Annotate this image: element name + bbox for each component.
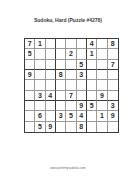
sudoku-sheet: Sudoku, Hard (Puzzle #4278) 714852157983… <box>0 0 136 176</box>
sudoku-cell-r2c7: 1 <box>87 49 97 59</box>
sudoku-cell-r7c7: 5 <box>87 101 97 111</box>
sudoku-cell-r4c9 <box>108 70 118 80</box>
sudoku-cell-r3c9: 7 <box>108 60 118 70</box>
sudoku-cell-r8c5: 5 <box>66 111 76 121</box>
puzzle-title: Sudoku, Hard (Puzzle #4278) <box>0 17 136 23</box>
sudoku-cell-r1c6 <box>77 39 87 49</box>
sudoku-cell-r9c4 <box>56 122 66 132</box>
sudoku-cell-r4c3 <box>46 70 56 80</box>
sudoku-cell-r3c7 <box>87 60 97 70</box>
sudoku-cell-r3c3 <box>46 60 56 70</box>
sudoku-grid: 7148521579833479953635419598 <box>24 38 119 133</box>
sudoku-cell-r1c1: 7 <box>25 39 35 49</box>
sudoku-cell-r6c4 <box>56 91 66 101</box>
sudoku-cell-r9c9 <box>108 122 118 132</box>
sudoku-cell-r8c6: 4 <box>77 111 87 121</box>
sudoku-cell-r8c3 <box>46 111 56 121</box>
sudoku-cell-r6c8: 9 <box>97 91 107 101</box>
sudoku-cell-r5c7 <box>87 80 97 90</box>
sudoku-cell-r1c2: 1 <box>35 39 45 49</box>
sudoku-cell-r5c1 <box>25 80 35 90</box>
sudoku-cell-r5c9 <box>108 80 118 90</box>
sudoku-cell-r6c1 <box>25 91 35 101</box>
sudoku-cell-r9c5 <box>66 122 76 132</box>
sudoku-cell-r8c4: 3 <box>56 111 66 121</box>
sudoku-cell-r4c1: 9 <box>25 70 35 80</box>
sudoku-cell-r5c5 <box>66 80 76 90</box>
sudoku-cell-r3c1 <box>25 60 35 70</box>
sudoku-cell-r8c9: 9 <box>108 111 118 121</box>
sudoku-cell-r5c6 <box>77 80 87 90</box>
sudoku-cell-r6c2: 3 <box>35 91 45 101</box>
sudoku-cell-r8c2: 6 <box>35 111 45 121</box>
sudoku-cell-r5c4 <box>56 80 66 90</box>
sudoku-cell-r2c5: 2 <box>66 49 76 59</box>
sudoku-cell-r3c5 <box>66 60 76 70</box>
sudoku-cell-r6c3: 4 <box>46 91 56 101</box>
sudoku-cell-r7c8 <box>97 101 107 111</box>
sudoku-cell-r5c2 <box>35 80 45 90</box>
sudoku-cell-r7c5 <box>66 101 76 111</box>
sudoku-cell-r5c8 <box>97 80 107 90</box>
sudoku-cell-r1c3 <box>46 39 56 49</box>
footer-url: www.printmysudoku.com <box>14 166 123 170</box>
sudoku-cell-r7c6: 9 <box>77 101 87 111</box>
sudoku-cell-r7c1 <box>25 101 35 111</box>
sudoku-cell-r4c4: 8 <box>56 70 66 80</box>
sudoku-cell-r4c8 <box>97 70 107 80</box>
sudoku-cell-r2c9 <box>108 49 118 59</box>
sudoku-cell-r3c8 <box>97 60 107 70</box>
sudoku-cell-r7c4 <box>56 101 66 111</box>
sudoku-cell-r7c2 <box>35 101 45 111</box>
sudoku-cell-r2c2 <box>35 49 45 59</box>
sudoku-cell-r6c9 <box>108 91 118 101</box>
sudoku-cell-r5c3 <box>46 80 56 90</box>
sudoku-cell-r9c8 <box>97 122 107 132</box>
sudoku-cell-r8c1 <box>25 111 35 121</box>
sudoku-cell-r8c7 <box>87 111 97 121</box>
sudoku-cell-r9c7 <box>87 122 97 132</box>
sudoku-cell-r1c9: 8 <box>108 39 118 49</box>
sudoku-cell-r2c8 <box>97 49 107 59</box>
sudoku-cell-r4c2 <box>35 70 45 80</box>
sudoku-cell-r2c3 <box>46 49 56 59</box>
sudoku-cell-r6c5: 7 <box>66 91 76 101</box>
sudoku-cell-r1c7: 4 <box>87 39 97 49</box>
sudoku-cell-r3c2 <box>35 60 45 70</box>
sudoku-cell-r7c9: 3 <box>108 101 118 111</box>
sudoku-cell-r3c4 <box>56 60 66 70</box>
sudoku-cell-r3c6: 5 <box>77 60 87 70</box>
sudoku-cell-r1c8 <box>97 39 107 49</box>
sudoku-cell-r4c5 <box>66 70 76 80</box>
sudoku-cell-r9c3: 9 <box>46 122 56 132</box>
sudoku-cell-r2c6 <box>77 49 87 59</box>
sudoku-cell-r4c6: 3 <box>77 70 87 80</box>
sudoku-cell-r9c6: 8 <box>77 122 87 132</box>
sudoku-cell-r6c6 <box>77 91 87 101</box>
sudoku-cell-r8c8: 1 <box>97 111 107 121</box>
sudoku-cell-r4c7 <box>87 70 97 80</box>
sudoku-cell-r6c7 <box>87 91 97 101</box>
sudoku-cell-r1c5 <box>66 39 76 49</box>
sudoku-cell-r1c4 <box>56 39 66 49</box>
sudoku-cell-r2c4 <box>56 49 66 59</box>
sudoku-cell-r9c2: 5 <box>35 122 45 132</box>
sudoku-cell-r7c3 <box>46 101 56 111</box>
sudoku-cell-r2c1: 5 <box>25 49 35 59</box>
sudoku-cell-r9c1 <box>25 122 35 132</box>
